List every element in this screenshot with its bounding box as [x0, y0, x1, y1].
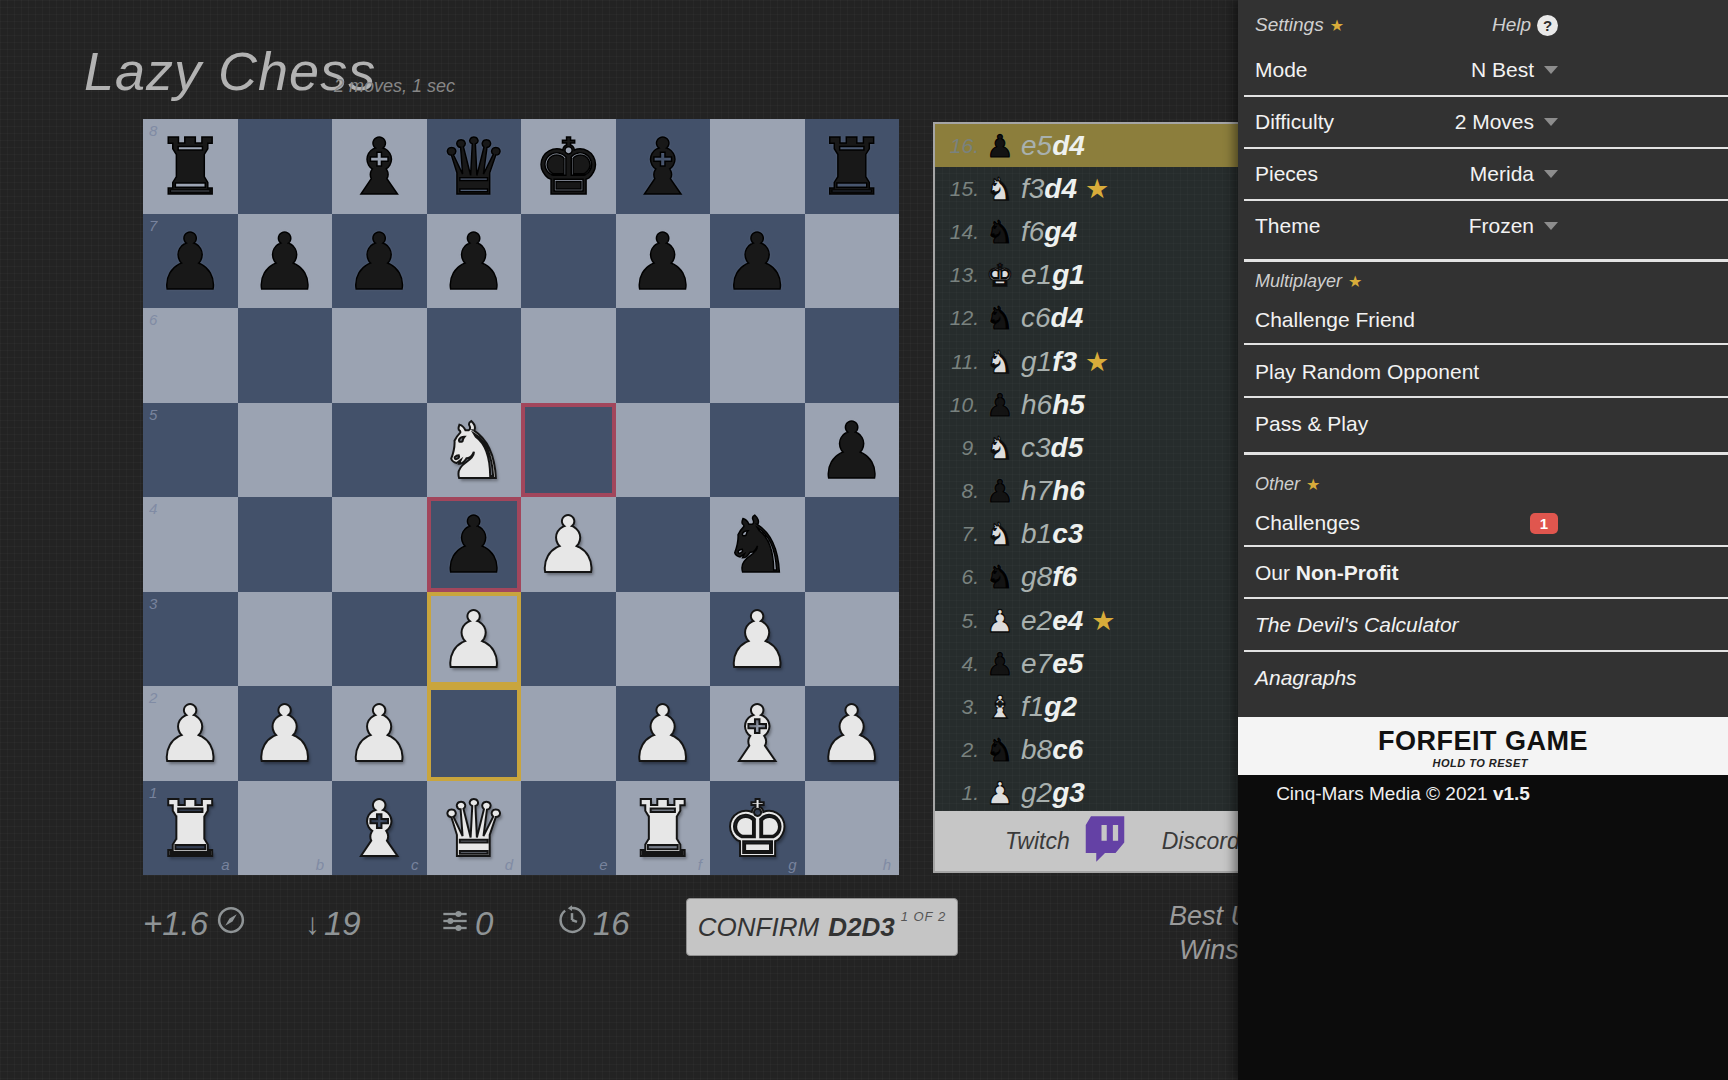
square-f1[interactable]: f♜: [616, 781, 711, 876]
move-to: g1: [1052, 259, 1085, 290]
difficulty-label: Difficulty: [1255, 110, 1334, 134]
move-number: 13.: [941, 263, 979, 287]
history-value: 16: [593, 905, 630, 943]
move-row-3[interactable]: 3.♝f1g2: [935, 685, 1238, 728]
move-row-8[interactable]: 8.♟h7h6: [935, 470, 1238, 513]
square-e2[interactable]: [521, 686, 616, 781]
status-note-line1: Best U: [1169, 899, 1238, 933]
piece-wB-g2[interactable]: ♝: [710, 686, 805, 781]
rank-label-4: 4: [149, 500, 157, 517]
square-b5[interactable]: [238, 403, 333, 498]
move-row-4[interactable]: 4.♟e7e5: [935, 642, 1238, 685]
piece-bP-h5[interactable]: ♟: [805, 403, 900, 498]
confirm-label: CONFIRM: [698, 912, 819, 943]
move-to: h6: [1052, 475, 1085, 506]
square-e7[interactable]: [521, 214, 616, 309]
move-text: e2e4: [1021, 605, 1083, 637]
chevron-down-icon[interactable]: [1544, 170, 1558, 178]
piece-bP-d4[interactable]: ♟: [427, 497, 522, 592]
black-piece-icon: ♟: [979, 644, 1021, 684]
white-piece-icon: ♚: [979, 255, 1021, 295]
square-a2[interactable]: 2♟: [143, 686, 238, 781]
piece-wR-f1[interactable]: ♜: [616, 781, 711, 876]
move-row-10[interactable]: 10.♟h6h5: [935, 383, 1238, 426]
square-c1[interactable]: c♝: [332, 781, 427, 876]
square-a1[interactable]: 1a♜: [143, 781, 238, 876]
settings-panel: Settings★ Help ? Mode N Best Difficulty …: [1238, 0, 1728, 1080]
piece-bP-a7[interactable]: ♟: [143, 214, 238, 309]
square-h6[interactable]: [805, 308, 900, 403]
piece-wP-c2[interactable]: ♟: [332, 686, 427, 781]
move-text: c6d4: [1021, 302, 1083, 334]
move-from: f6: [1021, 216, 1044, 247]
difficulty-row[interactable]: Difficulty 2 Moves: [1255, 107, 1558, 137]
piece-wB-c1[interactable]: ♝: [332, 781, 427, 876]
piece-bQ-d8[interactable]: ♛: [427, 119, 522, 214]
move-from: c6: [1021, 302, 1051, 333]
square-b6[interactable]: [238, 308, 333, 403]
help-icon[interactable]: ?: [1537, 15, 1558, 36]
down-arrow-icon: ↓: [305, 907, 320, 941]
move-number: 10.: [941, 393, 979, 417]
history-stat: 16: [551, 905, 630, 943]
help-label: Help: [1492, 14, 1531, 36]
move-from: g2: [1021, 777, 1052, 808]
piece-bN-g4[interactable]: ♞: [710, 497, 805, 592]
move-to: g4: [1044, 216, 1077, 247]
square-h1[interactable]: h: [805, 781, 900, 876]
move-number: 5.: [941, 609, 979, 633]
square-f5[interactable]: [616, 403, 711, 498]
move-from: g1: [1021, 346, 1052, 377]
move-number: 11.: [941, 350, 979, 374]
square-d3[interactable]: ♟: [427, 592, 522, 687]
black-piece-icon: ♟: [979, 126, 1021, 166]
confirm-move-button[interactable]: CONFIRM D2D3 1 OF 2: [686, 898, 958, 956]
move-number: 16.: [941, 134, 979, 158]
move-to: c3: [1052, 518, 1083, 549]
piece-bP-g7[interactable]: ♟: [710, 214, 805, 309]
move-number: 1.: [941, 781, 979, 805]
eval-stat: +1.6: [143, 905, 305, 943]
star-icon: ★: [1306, 475, 1320, 494]
square-h4[interactable]: [805, 497, 900, 592]
piece-bB-f8[interactable]: ♝: [616, 119, 711, 214]
move-from: h7: [1021, 475, 1052, 506]
move-number: 3.: [941, 695, 979, 719]
move-from: g8: [1021, 561, 1052, 592]
black-piece-icon: ♞: [979, 212, 1021, 252]
square-b4[interactable]: [238, 497, 333, 592]
chevron-down-icon[interactable]: [1544, 222, 1558, 230]
app-title: Lazy Chess: [84, 40, 376, 102]
move-text: b8c6: [1021, 734, 1083, 766]
move-to: f6: [1052, 561, 1077, 592]
piece-wP-a2[interactable]: ♟: [143, 686, 238, 781]
devils-calculator-label: The Devil's Calculator: [1255, 613, 1459, 637]
square-d6[interactable]: [427, 308, 522, 403]
nonprofit-prefix: Our: [1255, 561, 1290, 584]
square-d5[interactable]: ♞: [427, 403, 522, 498]
square-c5[interactable]: [332, 403, 427, 498]
divider: [1244, 147, 1728, 149]
square-a6[interactable]: 6: [143, 308, 238, 403]
forfeit-sub-label: HOLD TO RESET: [1432, 757, 1528, 769]
move-to: d5: [1051, 432, 1084, 463]
tune-icon: [435, 905, 475, 943]
move-list[interactable]: 16.♟e5d415.♞f3d4★14.♞f6g413.♚e1g112.♞c6d…: [935, 124, 1238, 811]
piece-wP-g3[interactable]: ♟: [710, 592, 805, 687]
square-c6[interactable]: [332, 308, 427, 403]
square-c2[interactable]: ♟: [332, 686, 427, 781]
square-d2[interactable]: [427, 686, 522, 781]
piece-wK-g1[interactable]: ♚: [710, 781, 805, 876]
square-b7[interactable]: ♟: [238, 214, 333, 309]
move-to: d4: [1051, 302, 1084, 333]
move-text: h6h5: [1021, 389, 1085, 421]
move-list-panel: 16.♟e5d415.♞f3d4★14.♞f6g413.♚e1g112.♞c6d…: [933, 122, 1240, 873]
status-note: Best U Wins: [1169, 899, 1238, 969]
square-e1[interactable]: e: [521, 781, 616, 876]
piece-bP-b7[interactable]: ♟: [238, 214, 333, 309]
move-to: g2: [1044, 691, 1077, 722]
square-b2[interactable]: ♟: [238, 686, 333, 781]
other-header: Other★: [1255, 474, 1320, 495]
divider: [1244, 95, 1728, 97]
square-e8[interactable]: ♚: [521, 119, 616, 214]
twitch-link[interactable]: Twitch: [1005, 828, 1070, 855]
white-piece-icon: ♞: [979, 169, 1021, 209]
move-text: f1g2: [1021, 691, 1077, 723]
piece-wP-d3[interactable]: ♟: [427, 592, 522, 687]
nonprofit-item[interactable]: Our Non-Profit: [1255, 558, 1558, 588]
square-f3[interactable]: [616, 592, 711, 687]
chevron-down-icon[interactable]: [1544, 118, 1558, 126]
black-piece-icon: ♟: [979, 385, 1021, 425]
credits-text: Cinq-Mars Media © 2021: [1276, 783, 1487, 804]
square-g4[interactable]: ♞: [710, 497, 805, 592]
move-from: b8: [1021, 734, 1052, 765]
move-from: f1: [1021, 691, 1044, 722]
piece-bP-c7[interactable]: ♟: [332, 214, 427, 309]
divider: [1244, 259, 1728, 262]
move-from: e7: [1021, 648, 1052, 679]
square-f2[interactable]: ♟: [616, 686, 711, 781]
move-text: h7h6: [1021, 475, 1085, 507]
white-piece-icon: ♞: [979, 428, 1021, 468]
black-piece-icon: ♞: [979, 730, 1021, 770]
anagraphs-label: Anagraphs: [1255, 666, 1357, 690]
square-b3[interactable]: [238, 592, 333, 687]
square-a7[interactable]: 7♟: [143, 214, 238, 309]
piece-wP-e4[interactable]: ♟: [521, 497, 616, 592]
forfeit-label: FORFEIT GAME: [1238, 726, 1728, 757]
app-subtitle: 2 moves, 1 sec: [334, 76, 455, 97]
move-number: 8.: [941, 479, 979, 503]
piece-bB-c8[interactable]: ♝: [332, 119, 427, 214]
credits: Cinq-Mars Media © 2021 v1.5: [1238, 783, 1568, 805]
square-f7[interactable]: ♟: [616, 214, 711, 309]
square-a5[interactable]: 5: [143, 403, 238, 498]
challenge-friend-label: Challenge Friend: [1255, 308, 1415, 332]
forfeit-game-button[interactable]: FORFEIT GAME HOLD TO RESET: [1238, 717, 1728, 775]
move-text: g2g3: [1021, 777, 1085, 809]
move-to: f3: [1052, 346, 1077, 377]
move-number: 7.: [941, 522, 979, 546]
tune-stat: 0: [435, 905, 551, 943]
chess-board[interactable]: 8♜♝♛♚♝♜7♟♟♟♟♟♟65♞♟4♟♟♞3♟♟2♟♟♟♟♝♟1a♜bc♝d♛…: [143, 119, 899, 875]
square-h5[interactable]: ♟: [805, 403, 900, 498]
depth-value: 19: [324, 905, 361, 943]
square-g5[interactable]: [710, 403, 805, 498]
pieces-label: Pieces: [1255, 162, 1318, 186]
move-text: g1f3: [1021, 346, 1077, 378]
move-number: 12.: [941, 306, 979, 330]
history-icon: [551, 905, 593, 943]
move-to: d4: [1044, 173, 1077, 204]
best-move-star-icon: ★: [1085, 346, 1109, 378]
black-piece-icon: ♞: [979, 298, 1021, 338]
move-row-7[interactable]: 7.♞b1c3: [935, 513, 1238, 556]
piece-wP-h2[interactable]: ♟: [805, 686, 900, 781]
square-d8[interactable]: ♛: [427, 119, 522, 214]
move-number: 2.: [941, 738, 979, 762]
square-f8[interactable]: ♝: [616, 119, 711, 214]
move-text: e1g1: [1021, 259, 1085, 291]
file-label-e: e: [599, 856, 607, 873]
piece-bR-a8[interactable]: ♜: [143, 119, 238, 214]
rank-label-3: 3: [149, 595, 157, 612]
square-d1[interactable]: d♛: [427, 781, 522, 876]
piece-bP-d7[interactable]: ♟: [427, 214, 522, 309]
version-text: v1.5: [1493, 783, 1530, 804]
move-text: f6g4: [1021, 216, 1077, 248]
divider: [1244, 343, 1728, 345]
move-to: c6: [1052, 734, 1083, 765]
best-move-star-icon: ★: [1085, 173, 1109, 205]
chevron-down-icon[interactable]: [1544, 66, 1558, 74]
rank-label-6: 6: [149, 311, 157, 328]
challenges-label: Challenges: [1255, 511, 1360, 535]
play-random-item[interactable]: Play Random Opponent: [1255, 357, 1558, 387]
piece-bR-h8[interactable]: ♜: [805, 119, 900, 214]
square-d7[interactable]: ♟: [427, 214, 522, 309]
help-button[interactable]: Help ?: [1492, 14, 1558, 36]
square-g8[interactable]: [710, 119, 805, 214]
move-number: 6.: [941, 565, 979, 589]
mode-value: N Best: [1471, 58, 1534, 82]
move-row-15[interactable]: 15.♞f3d4★: [935, 167, 1238, 210]
square-c8[interactable]: ♝: [332, 119, 427, 214]
mode-row[interactable]: Mode N Best: [1255, 55, 1558, 85]
move-row-1[interactable]: 1.♟g2g3: [935, 772, 1238, 815]
piece-bP-f7[interactable]: ♟: [616, 214, 711, 309]
devils-calculator-item[interactable]: The Devil's Calculator: [1255, 610, 1558, 640]
square-b8[interactable]: [238, 119, 333, 214]
move-to: e4: [1052, 605, 1083, 636]
theme-value: Frozen: [1469, 214, 1534, 238]
move-from: e5: [1021, 130, 1052, 161]
square-h2[interactable]: ♟: [805, 686, 900, 781]
status-note-line2: Wins: [1179, 933, 1238, 967]
square-a4[interactable]: 4: [143, 497, 238, 592]
pass-and-play-label: Pass & Play: [1255, 412, 1368, 436]
move-number: 14.: [941, 220, 979, 244]
move-row-14[interactable]: 14.♞f6g4: [935, 210, 1238, 253]
square-e4[interactable]: ♟: [521, 497, 616, 592]
move-number: 4.: [941, 652, 979, 676]
square-e3[interactable]: [521, 592, 616, 687]
tune-value: 0: [475, 905, 493, 943]
divider: [1244, 452, 1728, 455]
move-number: 15.: [941, 177, 979, 201]
move-row-16[interactable]: 16.♟e5d4: [935, 124, 1238, 167]
social-bar: Twitch Discord: [935, 811, 1238, 871]
multiplayer-header-label: Multiplayer: [1255, 271, 1342, 292]
star-icon: ★: [1330, 17, 1344, 34]
rank-label-5: 5: [149, 406, 157, 423]
move-row-11[interactable]: 11.♞g1f3★: [935, 340, 1238, 383]
move-to: e5: [1052, 648, 1083, 679]
move-row-9[interactable]: 9.♞c3d5: [935, 426, 1238, 469]
square-c3[interactable]: [332, 592, 427, 687]
square-g1[interactable]: g♚: [710, 781, 805, 876]
square-g6[interactable]: [710, 308, 805, 403]
divider: [1244, 650, 1728, 652]
move-row-13[interactable]: 13.♚e1g1: [935, 254, 1238, 297]
square-h3[interactable]: [805, 592, 900, 687]
move-number: 9.: [941, 436, 979, 460]
confirm-counter: 1 OF 2: [901, 909, 947, 924]
piece-wR-a1[interactable]: ♜: [143, 781, 238, 876]
move-from: e1: [1021, 259, 1052, 290]
white-piece-icon: ♟: [979, 601, 1021, 641]
confirm-move-text: D2D3: [828, 912, 894, 943]
move-from: b1: [1021, 518, 1052, 549]
move-text: c3d5: [1021, 432, 1083, 464]
pieces-value: Merida: [1470, 162, 1534, 186]
pieces-row[interactable]: Pieces Merida: [1255, 159, 1558, 189]
square-d4[interactable]: ♟: [427, 497, 522, 592]
other-header-label: Other: [1255, 474, 1300, 495]
move-from: c3: [1021, 432, 1051, 463]
play-random-label: Play Random Opponent: [1255, 360, 1479, 384]
square-c4[interactable]: [332, 497, 427, 592]
multiplayer-header: Multiplayer★: [1255, 271, 1362, 292]
move-from: f3: [1021, 173, 1044, 204]
black-piece-icon: ♞: [979, 557, 1021, 597]
move-text: g8f6: [1021, 561, 1077, 593]
white-piece-icon: ♞: [979, 342, 1021, 382]
move-from: h6: [1021, 389, 1052, 420]
square-e5[interactable]: [521, 403, 616, 498]
discord-link[interactable]: Discord: [1162, 828, 1240, 855]
pass-and-play-item[interactable]: Pass & Play: [1255, 409, 1558, 439]
square-b1[interactable]: b: [238, 781, 333, 876]
eval-value: +1.6: [143, 905, 208, 943]
move-row-6[interactable]: 6.♞g8f6: [935, 556, 1238, 599]
square-g7[interactable]: ♟: [710, 214, 805, 309]
twitch-icon[interactable]: [1084, 816, 1126, 866]
move-from: e2: [1021, 605, 1052, 636]
square-c7[interactable]: ♟: [332, 214, 427, 309]
settings-panel-footer-area: [1238, 775, 1728, 1080]
piece-wP-f2[interactable]: ♟: [616, 686, 711, 781]
square-h8[interactable]: ♜: [805, 119, 900, 214]
square-g3[interactable]: ♟: [710, 592, 805, 687]
divider: [1244, 396, 1728, 398]
square-h7[interactable]: [805, 214, 900, 309]
square-g2[interactable]: ♝: [710, 686, 805, 781]
challenges-badge: 1: [1530, 513, 1558, 534]
star-icon: ★: [1348, 272, 1362, 291]
file-label-h: h: [883, 856, 891, 873]
square-a3[interactable]: 3: [143, 592, 238, 687]
white-piece-icon: ♟: [979, 773, 1021, 813]
mode-label: Mode: [1255, 58, 1308, 82]
challenge-friend-item[interactable]: Challenge Friend: [1255, 305, 1558, 335]
move-text: f3d4: [1021, 173, 1077, 205]
move-to: h5: [1052, 389, 1085, 420]
move-to: g3: [1052, 777, 1085, 808]
theme-row[interactable]: Theme Frozen: [1255, 211, 1558, 241]
move-text: e7e5: [1021, 648, 1083, 680]
challenges-item[interactable]: Challenges 1: [1255, 508, 1558, 538]
theme-label: Theme: [1255, 214, 1320, 238]
piece-wP-b2[interactable]: ♟: [238, 686, 333, 781]
square-f6[interactable]: [616, 308, 711, 403]
white-piece-icon: ♝: [979, 687, 1021, 727]
square-a8[interactable]: 8♜: [143, 119, 238, 214]
piece-wN-d5[interactable]: ♞: [427, 403, 522, 498]
piece-bK-e8[interactable]: ♚: [521, 119, 616, 214]
divider: [1244, 199, 1728, 201]
compass-icon: [208, 905, 252, 943]
move-to: d4: [1052, 130, 1085, 161]
depth-stat: ↓ 19: [305, 905, 435, 943]
piece-wQ-d1[interactable]: ♛: [427, 781, 522, 876]
divider: [1244, 545, 1728, 547]
settings-header-label: Settings: [1255, 14, 1324, 35]
nonprofit-label: Non-Profit: [1296, 561, 1399, 584]
move-row-5[interactable]: 5.♟e2e4★: [935, 599, 1238, 642]
move-text: b1c3: [1021, 518, 1083, 550]
move-row-2[interactable]: 2.♞b8c6: [935, 729, 1238, 772]
white-piece-icon: ♞: [979, 514, 1021, 554]
square-e6[interactable]: [521, 308, 616, 403]
file-label-b: b: [316, 856, 324, 873]
divider: [1244, 597, 1728, 599]
square-f4[interactable]: [616, 497, 711, 592]
best-move-star-icon: ★: [1091, 605, 1115, 637]
move-text: e5d4: [1021, 130, 1085, 162]
anagraphs-item[interactable]: Anagraphs: [1255, 663, 1558, 693]
difficulty-value: 2 Moves: [1455, 110, 1534, 134]
move-row-12[interactable]: 12.♞c6d4: [935, 297, 1238, 340]
black-piece-icon: ♟: [979, 471, 1021, 511]
